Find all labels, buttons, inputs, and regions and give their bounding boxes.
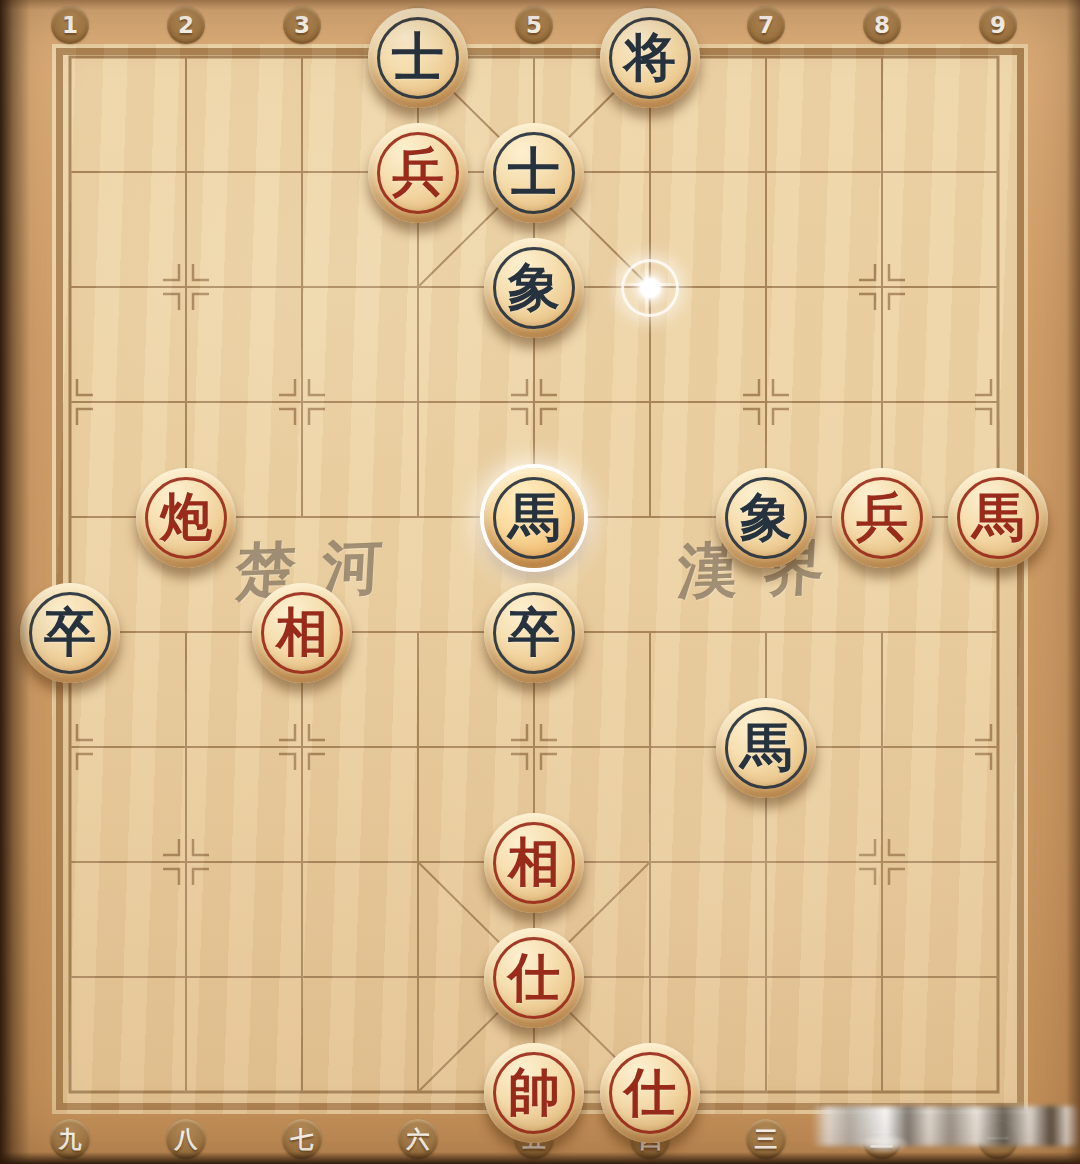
piece-character: 馬 <box>508 491 560 543</box>
piece-character: 帥 <box>508 1066 560 1118</box>
piece-black-advisor[interactable]: 士 <box>484 123 584 223</box>
piece-black-horse[interactable]: 馬 <box>484 468 584 568</box>
piece-black-general[interactable]: 将 <box>600 8 700 108</box>
piece-character: 士 <box>508 146 560 198</box>
piece-red-cannon[interactable]: 炮 <box>136 468 236 568</box>
piece-character: 兵 <box>856 491 908 543</box>
piece-black-soldier[interactable]: 卒 <box>484 583 584 683</box>
piece-red-horse[interactable]: 馬 <box>948 468 1048 568</box>
piece-red-elephant[interactable]: 相 <box>252 583 352 683</box>
piece-character: 炮 <box>160 491 212 543</box>
piece-character: 象 <box>508 261 560 313</box>
piece-black-horse[interactable]: 馬 <box>716 698 816 798</box>
piece-red-soldier[interactable]: 兵 <box>832 468 932 568</box>
piece-red-elephant[interactable]: 相 <box>484 813 584 913</box>
piece-character: 仕 <box>508 951 560 1003</box>
piece-character: 象 <box>740 491 792 543</box>
piece-red-general[interactable]: 帥 <box>484 1043 584 1143</box>
piece-red-advisor[interactable]: 仕 <box>600 1043 700 1143</box>
piece-red-advisor[interactable]: 仕 <box>484 928 584 1028</box>
piece-black-advisor[interactable]: 士 <box>368 8 468 108</box>
piece-character: 相 <box>508 836 560 888</box>
piece-character: 馬 <box>972 491 1024 543</box>
piece-character: 士 <box>392 31 444 83</box>
watermark-smudge <box>812 1106 1078 1146</box>
last-move-origin-indicator <box>621 259 679 317</box>
piece-character: 兵 <box>392 146 444 198</box>
piece-black-soldier[interactable]: 卒 <box>20 583 120 683</box>
piece-character: 相 <box>276 606 328 658</box>
piece-character: 馬 <box>740 721 792 773</box>
piece-character: 卒 <box>508 606 560 658</box>
piece-character: 将 <box>624 31 676 83</box>
piece-black-elephant[interactable]: 象 <box>716 468 816 568</box>
watermark-smudge-highlight <box>858 1134 910 1154</box>
piece-character: 卒 <box>44 606 96 658</box>
piece-red-soldier[interactable]: 兵 <box>368 123 468 223</box>
xiangqi-board: 楚河 漢界 123456789九八七六五四三二一 士将兵士象炮馬象兵馬卒相卒馬相… <box>0 0 1080 1164</box>
piece-black-elephant[interactable]: 象 <box>484 238 584 338</box>
piece-layer: 士将兵士象炮馬象兵馬卒相卒馬相仕帥仕 <box>12 0 1056 1150</box>
piece-character: 仕 <box>624 1066 676 1118</box>
